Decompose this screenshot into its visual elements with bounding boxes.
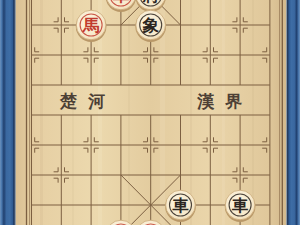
river-label-right: 漢界 <box>196 92 253 111</box>
piece-character: 車 <box>232 196 249 215</box>
xiangqi-piece-black-7-8[interactable]: 車 <box>225 190 256 222</box>
river-label-left: 楚河 <box>59 92 116 111</box>
piece-character: 車 <box>172 196 189 215</box>
piece-character: 馬 <box>82 16 100 35</box>
xiangqi-piece-red-2-2[interactable]: 馬 <box>76 10 107 42</box>
xiangqi-piece-black-5-8[interactable]: 車 <box>165 190 196 222</box>
xiangqi-piece-black-4-2[interactable]: 象 <box>135 10 166 42</box>
xiangqi-board[interactable]: 楚河 漢界 車將馬象車車仕帥 <box>0 0 300 225</box>
piece-character: 象 <box>141 16 159 35</box>
frame-right <box>286 0 300 225</box>
xiangqi-game-screen: 楚河 漢界 車將馬象車車仕帥 <box>0 0 300 225</box>
frame-left <box>0 0 16 225</box>
piece-character: 車 <box>113 0 130 5</box>
piece-character: 將 <box>141 0 159 5</box>
